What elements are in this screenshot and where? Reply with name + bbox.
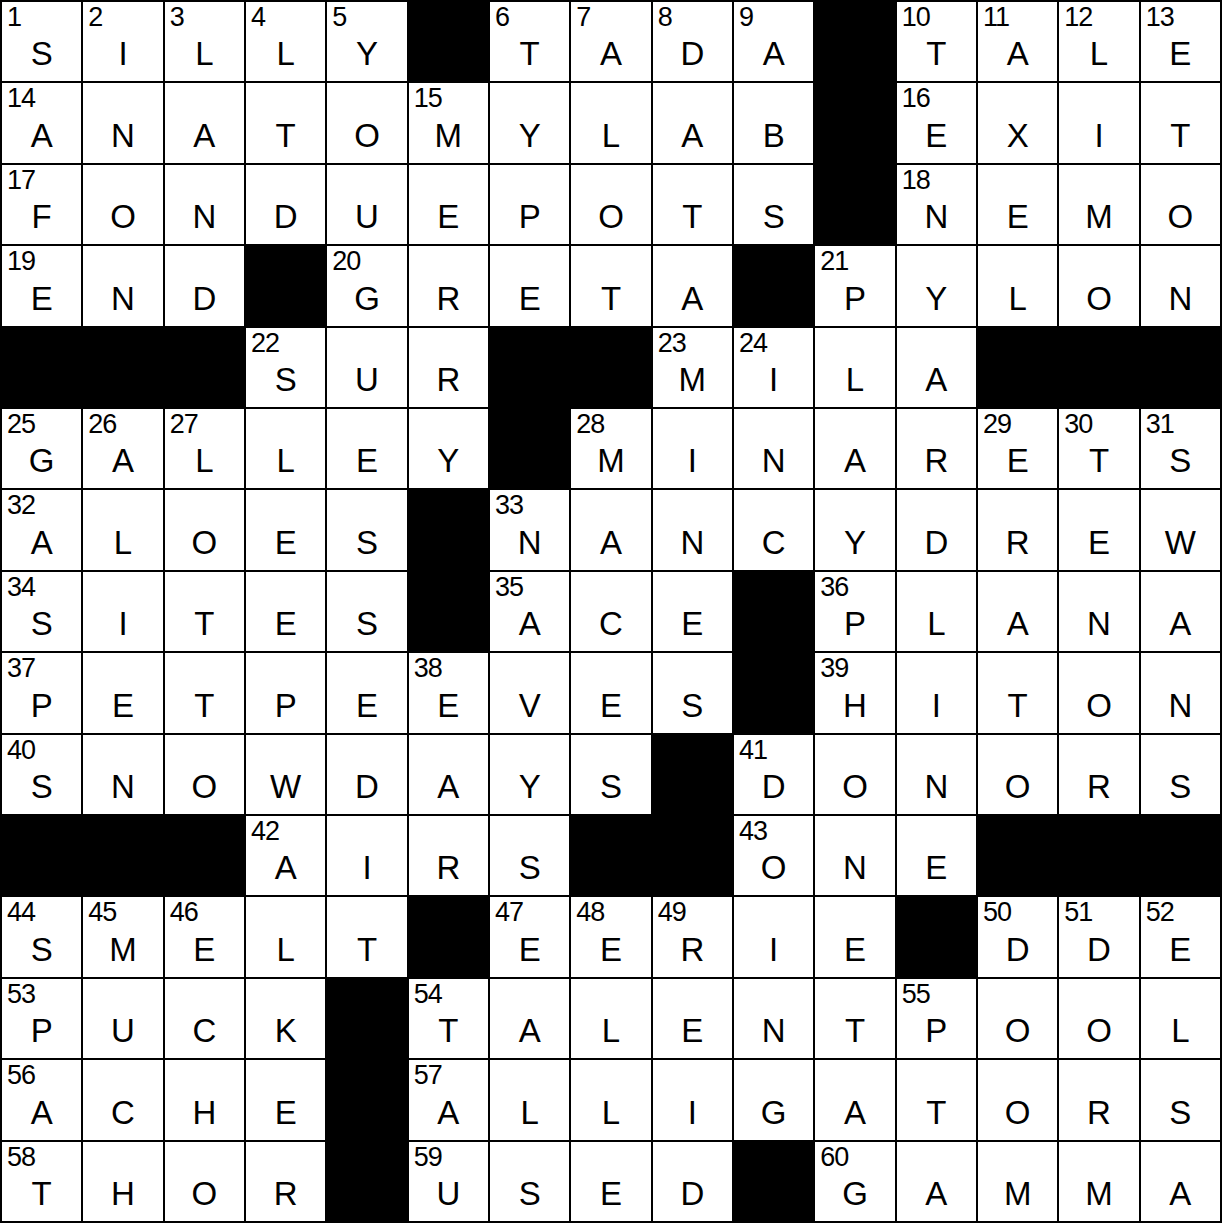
cell-r15c2[interactable]: H — [83, 1142, 162, 1221]
cell-r15c3[interactable]: O — [165, 1142, 244, 1221]
clue-number: 36 — [820, 574, 848, 601]
cell-r9c2[interactable]: E — [83, 653, 162, 732]
cell-r4c1[interactable]: 19E — [2, 246, 81, 325]
cell-r10c2[interactable]: N — [83, 735, 162, 814]
black-cell-r10c9 — [653, 735, 732, 814]
cell-letter: M — [409, 119, 488, 152]
cell-r2c12[interactable]: 16E — [897, 83, 976, 162]
cell-r7c9[interactable]: N — [653, 490, 732, 569]
cell-letter: T — [165, 689, 244, 722]
cell-r2c2[interactable]: N — [83, 83, 162, 162]
cell-r13c6[interactable]: 54T — [409, 979, 488, 1058]
cell-r3c2[interactable]: O — [83, 165, 162, 244]
clue-number: 7 — [576, 4, 590, 31]
cell-r14c8[interactable]: L — [571, 1060, 650, 1139]
cell-r1c15[interactable]: 13E — [1141, 2, 1220, 81]
clue-number: 30 — [1064, 411, 1092, 438]
cell-letter: E — [490, 933, 569, 966]
black-cell-r12c6 — [409, 897, 488, 976]
cell-r9c7[interactable]: V — [490, 653, 569, 732]
cell-letter: O — [165, 1177, 244, 1210]
cell-r10c3[interactable]: O — [165, 735, 244, 814]
cell-r15c8[interactable]: E — [571, 1142, 650, 1221]
cell-r14c6[interactable]: 57A — [409, 1060, 488, 1139]
black-cell-r11c2 — [83, 816, 162, 895]
cell-r8c14[interactable]: N — [1059, 572, 1138, 651]
cell-r6c8[interactable]: 28M — [571, 409, 650, 488]
clue-number: 27 — [170, 411, 198, 438]
cell-letter: C — [83, 1096, 162, 1129]
cell-r3c15[interactable]: O — [1141, 165, 1220, 244]
cell-r6c2[interactable]: 26A — [83, 409, 162, 488]
cell-letter: H — [83, 1177, 162, 1210]
cell-r10c4[interactable]: W — [246, 735, 325, 814]
cell-r15c13[interactable]: M — [978, 1142, 1057, 1221]
cell-letter: D — [327, 770, 406, 803]
cell-r14c11[interactable]: A — [815, 1060, 894, 1139]
cell-r8c11[interactable]: 36P — [815, 572, 894, 651]
cell-r14c14[interactable]: R — [1059, 1060, 1138, 1139]
black-cell-r4c10 — [734, 246, 813, 325]
cell-r13c4[interactable]: K — [246, 979, 325, 1058]
cell-letter: A — [2, 526, 81, 559]
cell-r4c8[interactable]: T — [571, 246, 650, 325]
cell-r12c9[interactable]: 49R — [653, 897, 732, 976]
cell-r2c1[interactable]: 14A — [2, 83, 81, 162]
cell-letter: G — [815, 1177, 894, 1210]
cell-letter: L — [571, 1014, 650, 1047]
cell-letter: O — [815, 770, 894, 803]
cell-r2c10[interactable]: B — [734, 83, 813, 162]
cell-letter: N — [734, 444, 813, 477]
clue-number: 6 — [495, 4, 509, 31]
cell-r3c13[interactable]: E — [978, 165, 1057, 244]
cell-r1c9[interactable]: 8D — [653, 2, 732, 81]
cell-r1c2[interactable]: 2I — [83, 2, 162, 81]
cell-r8c2[interactable]: I — [83, 572, 162, 651]
black-cell-r15c10 — [734, 1142, 813, 1221]
cell-r3c8[interactable]: O — [571, 165, 650, 244]
cell-r1c8[interactable]: 7A — [571, 2, 650, 81]
cell-letter: O — [1059, 1014, 1138, 1047]
cell-r7c5[interactable]: S — [327, 490, 406, 569]
cell-r9c12[interactable]: I — [897, 653, 976, 732]
cell-letter: E — [409, 689, 488, 722]
cell-r15c9[interactable]: D — [653, 1142, 732, 1221]
cell-r2c7[interactable]: Y — [490, 83, 569, 162]
cell-r1c1[interactable]: 1S — [2, 2, 81, 81]
cell-letter: D — [246, 200, 325, 233]
cell-r6c5[interactable]: E — [327, 409, 406, 488]
cell-r13c1[interactable]: 53P — [2, 979, 81, 1058]
cell-r7c14[interactable]: E — [1059, 490, 1138, 569]
cell-letter: E — [1141, 37, 1220, 70]
cell-letter: T — [978, 689, 1057, 722]
cell-letter: O — [978, 770, 1057, 803]
cell-r7c8[interactable]: A — [571, 490, 650, 569]
cell-r14c2[interactable]: C — [83, 1060, 162, 1139]
cell-r6c10[interactable]: N — [734, 409, 813, 488]
clue-number: 40 — [7, 737, 35, 764]
clue-number: 4 — [251, 4, 265, 31]
cell-letter: S — [327, 607, 406, 640]
cell-r13c9[interactable]: E — [653, 979, 732, 1058]
cell-r9c15[interactable]: N — [1141, 653, 1220, 732]
cell-r13c11[interactable]: T — [815, 979, 894, 1058]
cell-r13c12[interactable]: 55P — [897, 979, 976, 1058]
cell-r4c6[interactable]: R — [409, 246, 488, 325]
cell-letter: U — [327, 200, 406, 233]
cell-r15c7[interactable]: S — [490, 1142, 569, 1221]
cell-r11c6[interactable]: R — [409, 816, 488, 895]
cell-r3c3[interactable]: N — [165, 165, 244, 244]
cell-letter: M — [1059, 1177, 1138, 1210]
cell-letter: Y — [490, 119, 569, 152]
cell-r3c9[interactable]: T — [653, 165, 732, 244]
cell-r14c1[interactable]: 56A — [2, 1060, 81, 1139]
cell-r12c11[interactable]: E — [815, 897, 894, 976]
cell-r14c3[interactable]: H — [165, 1060, 244, 1139]
cell-r7c7[interactable]: 33N — [490, 490, 569, 569]
cell-r14c9[interactable]: I — [653, 1060, 732, 1139]
cell-r3c1[interactable]: 17F — [2, 165, 81, 244]
black-cell-r5c3 — [165, 328, 244, 407]
cell-letter: L — [165, 37, 244, 70]
cell-r14c12[interactable]: T — [897, 1060, 976, 1139]
cell-letter: A — [897, 363, 976, 396]
cell-letter: A — [2, 1096, 81, 1129]
cell-r4c5[interactable]: 20G — [327, 246, 406, 325]
cell-r10c15[interactable]: S — [1141, 735, 1220, 814]
cell-r11c7[interactable]: S — [490, 816, 569, 895]
cell-r13c13[interactable]: O — [978, 979, 1057, 1058]
clue-number: 21 — [820, 248, 848, 275]
cell-r4c11[interactable]: 21P — [815, 246, 894, 325]
cell-r4c13[interactable]: L — [978, 246, 1057, 325]
cell-r1c10[interactable]: 9A — [734, 2, 813, 81]
cell-letter: N — [490, 526, 569, 559]
cell-r7c15[interactable]: W — [1141, 490, 1220, 569]
cell-letter: T — [897, 37, 976, 70]
cell-r7c10[interactable]: C — [734, 490, 813, 569]
cell-letter: O — [734, 851, 813, 884]
cell-r6c15[interactable]: 31S — [1141, 409, 1220, 488]
cell-r9c13[interactable]: T — [978, 653, 1057, 732]
cell-r2c14[interactable]: I — [1059, 83, 1138, 162]
cell-r2c15[interactable]: T — [1141, 83, 1220, 162]
cell-letter: S — [1141, 1096, 1220, 1129]
cell-letter: E — [653, 607, 732, 640]
cell-r12c2[interactable]: 45M — [83, 897, 162, 976]
cell-letter: R — [978, 526, 1057, 559]
cell-r4c12[interactable]: Y — [897, 246, 976, 325]
cell-r13c15[interactable]: L — [1141, 979, 1220, 1058]
cell-r10c6[interactable]: A — [409, 735, 488, 814]
cell-letter: N — [897, 770, 976, 803]
cell-letter: U — [409, 1177, 488, 1210]
cell-r9c11[interactable]: 39H — [815, 653, 894, 732]
cell-r6c1[interactable]: 25G — [2, 409, 81, 488]
cell-letter: P — [246, 689, 325, 722]
cell-r7c11[interactable]: Y — [815, 490, 894, 569]
cell-r12c3[interactable]: 46E — [165, 897, 244, 976]
cell-r4c14[interactable]: O — [1059, 246, 1138, 325]
cell-letter: M — [978, 1177, 1057, 1210]
cell-r2c5[interactable]: O — [327, 83, 406, 162]
clue-number: 8 — [658, 4, 672, 31]
cell-letter: L — [1059, 37, 1138, 70]
cell-letter: A — [571, 37, 650, 70]
cell-r10c14[interactable]: R — [1059, 735, 1138, 814]
cell-r1c12[interactable]: 10T — [897, 2, 976, 81]
cell-letter: O — [978, 1096, 1057, 1129]
clue-number: 52 — [1146, 899, 1174, 926]
cell-letter: D — [653, 1177, 732, 1210]
cell-letter: A — [409, 770, 488, 803]
cell-r13c14[interactable]: O — [1059, 979, 1138, 1058]
cell-r12c7[interactable]: 47E — [490, 897, 569, 976]
cell-r3c12[interactable]: 18N — [897, 165, 976, 244]
cell-r9c4[interactable]: P — [246, 653, 325, 732]
cell-r5c9[interactable]: 23M — [653, 328, 732, 407]
cell-r11c11[interactable]: N — [815, 816, 894, 895]
cell-r6c13[interactable]: 29E — [978, 409, 1057, 488]
cell-r3c14[interactable]: M — [1059, 165, 1138, 244]
cell-r8c7[interactable]: 35A — [490, 572, 569, 651]
cell-letter: L — [83, 526, 162, 559]
cell-letter: N — [1141, 282, 1220, 315]
cell-r1c13[interactable]: 11A — [978, 2, 1057, 81]
black-cell-r12c12 — [897, 897, 976, 976]
cell-letter: N — [83, 282, 162, 315]
cell-r2c6[interactable]: 15M — [409, 83, 488, 162]
cell-letter: W — [1141, 526, 1220, 559]
cell-letter: E — [246, 1096, 325, 1129]
cell-r1c7[interactable]: 6T — [490, 2, 569, 81]
cell-letter: P — [2, 689, 81, 722]
cell-r4c3[interactable]: D — [165, 246, 244, 325]
clue-number: 42 — [251, 818, 279, 845]
cell-r14c4[interactable]: E — [246, 1060, 325, 1139]
cell-r8c5[interactable]: S — [327, 572, 406, 651]
cell-r10c10[interactable]: 41D — [734, 735, 813, 814]
cell-r13c8[interactable]: L — [571, 979, 650, 1058]
cell-r12c4[interactable]: L — [246, 897, 325, 976]
cell-r2c8[interactable]: L — [571, 83, 650, 162]
cell-r9c9[interactable]: S — [653, 653, 732, 732]
cell-r12c8[interactable]: 48E — [571, 897, 650, 976]
cell-r1c3[interactable]: 3L — [165, 2, 244, 81]
cell-r14c7[interactable]: L — [490, 1060, 569, 1139]
cell-r1c4[interactable]: 4L — [246, 2, 325, 81]
cell-r3c6[interactable]: E — [409, 165, 488, 244]
cell-r9c3[interactable]: T — [165, 653, 244, 732]
cell-r8c8[interactable]: C — [571, 572, 650, 651]
cell-letter: A — [815, 444, 894, 477]
clue-number: 48 — [576, 899, 604, 926]
cell-r6c9[interactable]: I — [653, 409, 732, 488]
cell-r8c13[interactable]: A — [978, 572, 1057, 651]
cell-letter: S — [246, 363, 325, 396]
cell-r8c1[interactable]: 34S — [2, 572, 81, 651]
cell-r8c15[interactable]: A — [1141, 572, 1220, 651]
cell-r4c2[interactable]: N — [83, 246, 162, 325]
cell-letter: F — [2, 200, 81, 233]
cell-r6c12[interactable]: R — [897, 409, 976, 488]
cell-letter: N — [653, 526, 732, 559]
cell-r9c6[interactable]: 38E — [409, 653, 488, 732]
cell-letter: R — [409, 282, 488, 315]
cell-r9c5[interactable]: E — [327, 653, 406, 732]
cell-r14c13[interactable]: O — [978, 1060, 1057, 1139]
cell-letter: P — [490, 200, 569, 233]
clue-number: 12 — [1064, 4, 1092, 31]
black-cell-r4c4 — [246, 246, 325, 325]
cell-r3c4[interactable]: D — [246, 165, 325, 244]
clue-number: 56 — [7, 1062, 35, 1089]
cell-letter: E — [897, 851, 976, 884]
cell-letter: E — [246, 526, 325, 559]
cell-r3c10[interactable]: S — [734, 165, 813, 244]
cell-r15c12[interactable]: A — [897, 1142, 976, 1221]
cell-r6c4[interactable]: L — [246, 409, 325, 488]
cell-r10c5[interactable]: D — [327, 735, 406, 814]
cell-letter: A — [409, 1096, 488, 1129]
cell-letter: S — [490, 1177, 569, 1210]
cell-r11c4[interactable]: 42A — [246, 816, 325, 895]
cell-r5c12[interactable]: A — [897, 328, 976, 407]
cell-letter: D — [1059, 933, 1138, 966]
cell-r7c4[interactable]: E — [246, 490, 325, 569]
cell-letter: I — [1059, 119, 1138, 152]
cell-r1c5[interactable]: 5Y — [327, 2, 406, 81]
cell-r10c1[interactable]: 40S — [2, 735, 81, 814]
cell-r15c1[interactable]: 58T — [2, 1142, 81, 1221]
clue-number: 9 — [739, 4, 753, 31]
cell-letter: L — [571, 119, 650, 152]
cell-r2c13[interactable]: X — [978, 83, 1057, 162]
cell-r11c12[interactable]: E — [897, 816, 976, 895]
cell-letter: O — [165, 526, 244, 559]
cell-r9c14[interactable]: O — [1059, 653, 1138, 732]
clue-number: 41 — [739, 737, 767, 764]
cell-r8c3[interactable]: T — [165, 572, 244, 651]
cell-r15c4[interactable]: R — [246, 1142, 325, 1221]
cell-r2c3[interactable]: A — [165, 83, 244, 162]
cell-letter: S — [2, 770, 81, 803]
cell-r12c15[interactable]: 52E — [1141, 897, 1220, 976]
cell-r4c7[interactable]: E — [490, 246, 569, 325]
cell-r13c7[interactable]: A — [490, 979, 569, 1058]
cell-r10c11[interactable]: O — [815, 735, 894, 814]
clue-number: 38 — [414, 655, 442, 682]
cell-r5c10[interactable]: 24I — [734, 328, 813, 407]
black-cell-r5c15 — [1141, 328, 1220, 407]
cell-r4c9[interactable]: A — [653, 246, 732, 325]
cell-r9c1[interactable]: 37P — [2, 653, 81, 732]
cell-r15c14[interactable]: M — [1059, 1142, 1138, 1221]
cell-letter: A — [978, 607, 1057, 640]
cell-r1c14[interactable]: 12L — [1059, 2, 1138, 81]
cell-r7c12[interactable]: D — [897, 490, 976, 569]
clue-number: 55 — [902, 981, 930, 1008]
cell-r3c5[interactable]: U — [327, 165, 406, 244]
cell-letter: S — [490, 851, 569, 884]
black-cell-r5c14 — [1059, 328, 1138, 407]
cell-r6c3[interactable]: 27L — [165, 409, 244, 488]
cell-letter: T — [1059, 444, 1138, 477]
cell-letter: E — [815, 933, 894, 966]
cell-r3c7[interactable]: P — [490, 165, 569, 244]
cell-r10c7[interactable]: Y — [490, 735, 569, 814]
cell-r10c8[interactable]: S — [571, 735, 650, 814]
cell-letter: T — [327, 933, 406, 966]
black-cell-r5c2 — [83, 328, 162, 407]
cell-r11c5[interactable]: I — [327, 816, 406, 895]
cell-r8c12[interactable]: L — [897, 572, 976, 651]
cell-r7c3[interactable]: O — [165, 490, 244, 569]
cell-r7c2[interactable]: L — [83, 490, 162, 569]
cell-r14c10[interactable]: G — [734, 1060, 813, 1139]
black-cell-r5c8 — [571, 328, 650, 407]
cell-letter: E — [165, 933, 244, 966]
cell-r12c5[interactable]: T — [327, 897, 406, 976]
cell-r4c15[interactable]: N — [1141, 246, 1220, 325]
cell-r7c1[interactable]: 32A — [2, 490, 81, 569]
cell-r13c10[interactable]: N — [734, 979, 813, 1058]
cell-r6c6[interactable]: Y — [409, 409, 488, 488]
cell-r5c11[interactable]: L — [815, 328, 894, 407]
cell-r5c5[interactable]: U — [327, 328, 406, 407]
cell-letter: C — [734, 526, 813, 559]
cell-letter: Y — [409, 444, 488, 477]
cell-letter: O — [571, 200, 650, 233]
cell-r10c12[interactable]: N — [897, 735, 976, 814]
cell-r7c13[interactable]: R — [978, 490, 1057, 569]
cell-r14c15[interactable]: S — [1141, 1060, 1220, 1139]
clue-number: 26 — [88, 411, 116, 438]
cell-letter: M — [83, 933, 162, 966]
cell-r5c6[interactable]: R — [409, 328, 488, 407]
cell-letter: N — [83, 770, 162, 803]
cell-r15c15[interactable]: A — [1141, 1142, 1220, 1221]
cell-r15c11[interactable]: 60G — [815, 1142, 894, 1221]
cell-r11c10[interactable]: 43O — [734, 816, 813, 895]
cell-r2c9[interactable]: A — [653, 83, 732, 162]
cell-letter: R — [409, 851, 488, 884]
cell-r6c11[interactable]: A — [815, 409, 894, 488]
cell-r12c14[interactable]: 51D — [1059, 897, 1138, 976]
cell-r12c1[interactable]: 44S — [2, 897, 81, 976]
cell-r15c6[interactable]: 59U — [409, 1142, 488, 1221]
cell-r12c13[interactable]: 50D — [978, 897, 1057, 976]
cell-letter: S — [653, 689, 732, 722]
cell-r9c8[interactable]: E — [571, 653, 650, 732]
cell-r13c3[interactable]: C — [165, 979, 244, 1058]
cell-letter: S — [2, 933, 81, 966]
cell-letter: T — [897, 1096, 976, 1129]
cell-r2c4[interactable]: T — [246, 83, 325, 162]
cell-r13c2[interactable]: U — [83, 979, 162, 1058]
cell-r10c13[interactable]: O — [978, 735, 1057, 814]
cell-letter: R — [409, 363, 488, 396]
cell-r8c9[interactable]: E — [653, 572, 732, 651]
cell-r8c4[interactable]: E — [246, 572, 325, 651]
cell-letter: P — [2, 1014, 81, 1047]
cell-r12c10[interactable]: I — [734, 897, 813, 976]
cell-r6c14[interactable]: 30T — [1059, 409, 1138, 488]
cell-r5c4[interactable]: 22S — [246, 328, 325, 407]
